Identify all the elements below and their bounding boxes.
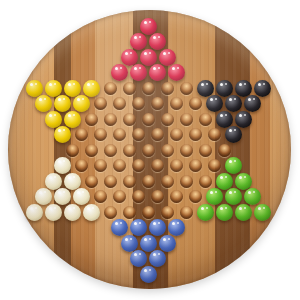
marble-green[interactable] bbox=[216, 204, 233, 221]
board-hole[interactable] bbox=[113, 97, 126, 110]
board-hole[interactable] bbox=[199, 175, 212, 188]
board-hole[interactable] bbox=[132, 190, 145, 203]
board-hole[interactable] bbox=[94, 97, 107, 110]
board-hole[interactable] bbox=[113, 159, 126, 172]
marble-black[interactable] bbox=[235, 80, 252, 97]
marble-blue[interactable] bbox=[140, 266, 157, 283]
board-hole[interactable] bbox=[75, 159, 88, 172]
board-hole[interactable] bbox=[142, 113, 155, 126]
board-hole[interactable] bbox=[208, 159, 221, 172]
marble-green[interactable] bbox=[254, 204, 271, 221]
marble-yellow[interactable] bbox=[64, 111, 81, 128]
marble-white[interactable] bbox=[26, 204, 43, 221]
marble-white[interactable] bbox=[35, 188, 52, 205]
board-hole[interactable] bbox=[132, 159, 145, 172]
marble-green[interactable] bbox=[244, 188, 261, 205]
board-hole[interactable] bbox=[218, 144, 231, 157]
board-hole[interactable] bbox=[142, 175, 155, 188]
board-hole[interactable] bbox=[94, 159, 107, 172]
board-hole[interactable] bbox=[132, 97, 145, 110]
board-hole[interactable] bbox=[189, 159, 202, 172]
marble-black[interactable] bbox=[216, 111, 233, 128]
board-hole[interactable] bbox=[161, 113, 174, 126]
marble-yellow[interactable] bbox=[83, 80, 100, 97]
marble-blue[interactable] bbox=[168, 219, 185, 236]
marble-yellow[interactable] bbox=[54, 95, 71, 112]
board-hole[interactable] bbox=[104, 144, 117, 157]
marble-red[interactable] bbox=[149, 64, 166, 81]
board-hole[interactable] bbox=[208, 128, 221, 141]
marble-red[interactable] bbox=[111, 64, 128, 81]
board-hole[interactable] bbox=[123, 206, 136, 219]
marble-yellow[interactable] bbox=[73, 95, 90, 112]
marble-blue[interactable] bbox=[121, 235, 138, 252]
board-hole[interactable] bbox=[151, 159, 164, 172]
board-hole[interactable] bbox=[161, 206, 174, 219]
board-hole[interactable] bbox=[199, 144, 212, 157]
board-hole[interactable] bbox=[180, 113, 193, 126]
board-hole[interactable] bbox=[85, 175, 98, 188]
board-hole[interactable] bbox=[75, 128, 88, 141]
board-hole[interactable] bbox=[189, 97, 202, 110]
marble-black[interactable] bbox=[197, 80, 214, 97]
board-hole[interactable] bbox=[104, 82, 117, 95]
marble-blue[interactable] bbox=[149, 219, 166, 236]
marble-blue[interactable] bbox=[149, 250, 166, 267]
marble-green[interactable] bbox=[235, 204, 252, 221]
marble-green[interactable] bbox=[197, 204, 214, 221]
marble-blue[interactable] bbox=[130, 219, 147, 236]
marble-black[interactable] bbox=[244, 95, 261, 112]
marble-black[interactable] bbox=[225, 126, 242, 143]
marble-white[interactable] bbox=[45, 173, 62, 190]
board-hole[interactable] bbox=[142, 82, 155, 95]
marble-yellow[interactable] bbox=[35, 95, 52, 112]
board-hole[interactable] bbox=[132, 128, 145, 141]
marble-yellow[interactable] bbox=[64, 80, 81, 97]
marble-red[interactable] bbox=[121, 49, 138, 66]
board-hole[interactable] bbox=[199, 113, 212, 126]
marble-green[interactable] bbox=[235, 173, 252, 190]
marble-red[interactable] bbox=[140, 18, 157, 35]
board-hole[interactable] bbox=[161, 175, 174, 188]
board bbox=[8, 10, 291, 289]
board-hole[interactable] bbox=[142, 144, 155, 157]
marble-green[interactable] bbox=[216, 173, 233, 190]
marble-blue[interactable] bbox=[111, 219, 128, 236]
marble-blue[interactable] bbox=[159, 235, 176, 252]
board-hole[interactable] bbox=[66, 144, 79, 157]
marble-yellow[interactable] bbox=[26, 80, 43, 97]
board-hole[interactable] bbox=[170, 128, 183, 141]
marble-black[interactable] bbox=[254, 80, 271, 97]
board-hole[interactable] bbox=[104, 113, 117, 126]
marble-red[interactable] bbox=[159, 49, 176, 66]
board-hole[interactable] bbox=[151, 190, 164, 203]
marble-black[interactable] bbox=[216, 80, 233, 97]
board-hole[interactable] bbox=[123, 175, 136, 188]
marble-black[interactable] bbox=[235, 111, 252, 128]
board-hole[interactable] bbox=[189, 128, 202, 141]
marble-red[interactable] bbox=[140, 49, 157, 66]
board-hole[interactable] bbox=[85, 144, 98, 157]
board-hole[interactable] bbox=[170, 190, 183, 203]
marble-red[interactable] bbox=[130, 33, 147, 50]
board-hole[interactable] bbox=[170, 97, 183, 110]
marble-white[interactable] bbox=[54, 188, 71, 205]
marble-white[interactable] bbox=[45, 204, 62, 221]
board-hole[interactable] bbox=[123, 82, 136, 95]
marble-red[interactable] bbox=[130, 64, 147, 81]
marble-white[interactable] bbox=[54, 157, 71, 174]
board-hole[interactable] bbox=[113, 128, 126, 141]
board-hole[interactable] bbox=[94, 128, 107, 141]
board-hole[interactable] bbox=[142, 206, 155, 219]
board-hole[interactable] bbox=[180, 206, 193, 219]
board-hole[interactable] bbox=[151, 97, 164, 110]
board-hole[interactable] bbox=[104, 175, 117, 188]
board-hole[interactable] bbox=[170, 159, 183, 172]
board-hole[interactable] bbox=[180, 175, 193, 188]
marble-green[interactable] bbox=[225, 188, 242, 205]
marble-green[interactable] bbox=[225, 157, 242, 174]
board-hole[interactable] bbox=[161, 144, 174, 157]
board-hole[interactable] bbox=[180, 144, 193, 157]
board-hole[interactable] bbox=[189, 190, 202, 203]
board-hole[interactable] bbox=[161, 82, 174, 95]
marble-blue[interactable] bbox=[130, 250, 147, 267]
board-hole[interactable] bbox=[94, 190, 107, 203]
marble-black[interactable] bbox=[225, 95, 242, 112]
board-hole[interactable] bbox=[104, 206, 117, 219]
marble-yellow[interactable] bbox=[45, 111, 62, 128]
marble-yellow[interactable] bbox=[45, 80, 62, 97]
marble-white[interactable] bbox=[64, 204, 81, 221]
marble-white[interactable] bbox=[73, 188, 90, 205]
marble-red[interactable] bbox=[168, 64, 185, 81]
marble-red[interactable] bbox=[149, 33, 166, 50]
board-hole[interactable] bbox=[113, 190, 126, 203]
photo-scene bbox=[0, 0, 300, 300]
marble-green[interactable] bbox=[206, 188, 223, 205]
board-hole[interactable] bbox=[85, 113, 98, 126]
board-hole[interactable] bbox=[123, 113, 136, 126]
board-hole[interactable] bbox=[151, 128, 164, 141]
board-hole[interactable] bbox=[123, 144, 136, 157]
marble-black[interactable] bbox=[206, 95, 223, 112]
marble-blue[interactable] bbox=[140, 235, 157, 252]
marble-yellow[interactable] bbox=[54, 126, 71, 143]
marble-white[interactable] bbox=[64, 173, 81, 190]
marble-white[interactable] bbox=[83, 204, 100, 221]
board-hole[interactable] bbox=[180, 82, 193, 95]
